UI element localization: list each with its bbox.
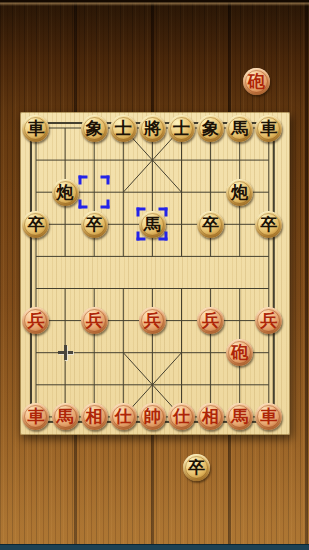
black-cannon-piece[interactable]: 炮 bbox=[226, 179, 253, 206]
cell-d6[interactable] bbox=[109, 305, 138, 337]
red-general-piece[interactable]: 帥 bbox=[139, 403, 166, 430]
piece-character: 馬 bbox=[144, 215, 161, 232]
cell-a1[interactable] bbox=[21, 144, 50, 176]
cell-b3[interactable] bbox=[51, 208, 80, 240]
red-chariot-piece[interactable]: 車 bbox=[22, 403, 49, 430]
cell-i4[interactable] bbox=[254, 240, 283, 272]
cell-i6[interactable]: 兵 bbox=[254, 305, 283, 337]
cell-a0[interactable]: 車 bbox=[21, 112, 50, 144]
cell-f5[interactable] bbox=[167, 272, 196, 304]
cell-g7[interactable] bbox=[196, 337, 225, 369]
red-soldier-piece[interactable]: 兵 bbox=[139, 307, 166, 334]
cell-c6[interactable]: 兵 bbox=[80, 305, 109, 337]
piece-character: 兵 bbox=[260, 312, 277, 329]
piece-character: 車 bbox=[27, 119, 44, 136]
black-soldier-piece[interactable]: 卒 bbox=[255, 211, 282, 238]
cell-h2[interactable]: 炮 bbox=[225, 176, 254, 208]
cell-e2[interactable] bbox=[138, 176, 167, 208]
piece-character: 卒 bbox=[260, 215, 277, 232]
cell-g4[interactable] bbox=[196, 240, 225, 272]
xiangqi-board: 車象士將士象馬車炮炮卒卒馬卒卒兵兵兵兵兵砲車馬相仕帥仕相馬車 bbox=[20, 112, 290, 435]
piece-character: 兵 bbox=[27, 312, 44, 329]
cell-d0[interactable]: 士 bbox=[109, 112, 138, 144]
cell-a9[interactable]: 車 bbox=[21, 401, 50, 433]
cell-h9[interactable]: 馬 bbox=[225, 401, 254, 433]
piece-character: 卒 bbox=[202, 215, 219, 232]
cell-f2[interactable] bbox=[167, 176, 196, 208]
piece-character: 車 bbox=[260, 408, 277, 425]
piece-character: 卒 bbox=[27, 215, 44, 232]
piece-character: 馬 bbox=[57, 408, 74, 425]
piece-character: 帥 bbox=[144, 408, 161, 425]
cell-b6[interactable] bbox=[51, 305, 80, 337]
cell-c0[interactable]: 象 bbox=[80, 112, 109, 144]
piece-character: 士 bbox=[115, 119, 132, 136]
piece-character: 車 bbox=[27, 408, 44, 425]
cell-g6[interactable]: 兵 bbox=[196, 305, 225, 337]
red-elephant-piece[interactable]: 相 bbox=[81, 403, 108, 430]
piece-character: 仕 bbox=[115, 408, 132, 425]
red-chariot-piece[interactable]: 車 bbox=[255, 403, 282, 430]
cell-a5[interactable] bbox=[21, 272, 50, 304]
black-advisor-piece[interactable]: 士 bbox=[110, 115, 137, 142]
cell-f1[interactable] bbox=[167, 144, 196, 176]
piece-character: 砲 bbox=[248, 73, 265, 90]
piece-character: 砲 bbox=[231, 344, 248, 361]
cell-d7[interactable] bbox=[109, 337, 138, 369]
black-chariot-piece[interactable]: 車 bbox=[255, 115, 282, 142]
cell-f4[interactable] bbox=[167, 240, 196, 272]
captured-piece-tray-black-side: 砲 bbox=[243, 68, 270, 95]
red-cannon-piece[interactable]: 砲 bbox=[243, 68, 270, 95]
cell-i7[interactable] bbox=[254, 337, 283, 369]
black-horse-piece[interactable]: 馬 bbox=[139, 211, 166, 238]
piece-character: 將 bbox=[144, 119, 161, 136]
cell-d8[interactable] bbox=[109, 369, 138, 401]
cell-b1[interactable] bbox=[51, 144, 80, 176]
cell-g9[interactable]: 相 bbox=[196, 401, 225, 433]
red-horse-piece[interactable]: 馬 bbox=[52, 403, 79, 430]
cell-f7[interactable] bbox=[167, 337, 196, 369]
black-advisor-piece[interactable]: 士 bbox=[168, 115, 195, 142]
black-soldier-piece[interactable]: 卒 bbox=[183, 454, 210, 481]
piece-character: 兵 bbox=[202, 312, 219, 329]
cell-h5[interactable] bbox=[225, 272, 254, 304]
last-move-from-marker bbox=[79, 176, 110, 209]
piece-character: 相 bbox=[86, 408, 103, 425]
cell-b0[interactable] bbox=[51, 112, 80, 144]
cell-e8[interactable] bbox=[138, 369, 167, 401]
piece-character: 兵 bbox=[86, 312, 103, 329]
xiangqi-app-screen: 車象士將士象馬車炮炮卒卒馬卒卒兵兵兵兵兵砲車馬相仕帥仕相馬車 砲 卒 bbox=[0, 0, 309, 550]
cell-e3[interactable]: 馬 bbox=[138, 208, 167, 240]
cell-f8[interactable] bbox=[167, 369, 196, 401]
piece-character: 象 bbox=[86, 119, 103, 136]
bottom-bar bbox=[0, 544, 309, 550]
cell-e0[interactable]: 將 bbox=[138, 112, 167, 144]
cell-a6[interactable]: 兵 bbox=[21, 305, 50, 337]
cell-b2[interactable]: 炮 bbox=[51, 176, 80, 208]
cell-h3[interactable] bbox=[225, 208, 254, 240]
captured-piece-tray-red-side: 卒 bbox=[183, 454, 210, 481]
cell-c4[interactable] bbox=[80, 240, 109, 272]
cell-d3[interactable] bbox=[109, 208, 138, 240]
cell-e7[interactable] bbox=[138, 337, 167, 369]
black-elephant-piece[interactable]: 象 bbox=[197, 115, 224, 142]
cell-d4[interactable] bbox=[109, 240, 138, 272]
piece-character: 士 bbox=[173, 119, 190, 136]
cell-f0[interactable]: 士 bbox=[167, 112, 196, 144]
cell-c1[interactable] bbox=[80, 144, 109, 176]
board-intersections: 車象士將士象馬車炮炮卒卒馬卒卒兵兵兵兵兵砲車馬相仕帥仕相馬車 bbox=[21, 112, 283, 433]
cell-c3[interactable]: 卒 bbox=[80, 208, 109, 240]
piece-character: 卒 bbox=[86, 215, 103, 232]
cell-i8[interactable] bbox=[254, 369, 283, 401]
cell-e5[interactable] bbox=[138, 272, 167, 304]
cell-g2[interactable] bbox=[196, 176, 225, 208]
black-chariot-piece[interactable]: 車 bbox=[22, 115, 49, 142]
cell-e1[interactable] bbox=[138, 144, 167, 176]
cell-f3[interactable] bbox=[167, 208, 196, 240]
cell-h4[interactable] bbox=[225, 240, 254, 272]
cell-a7[interactable] bbox=[21, 337, 50, 369]
cell-c7[interactable] bbox=[80, 337, 109, 369]
cell-g1[interactable] bbox=[196, 144, 225, 176]
cell-g3[interactable]: 卒 bbox=[196, 208, 225, 240]
red-horse-piece[interactable]: 馬 bbox=[226, 403, 253, 430]
cell-h7[interactable]: 砲 bbox=[225, 337, 254, 369]
cell-b8[interactable] bbox=[51, 369, 80, 401]
piece-character: 卒 bbox=[188, 459, 205, 476]
cell-f9[interactable]: 仕 bbox=[167, 401, 196, 433]
black-soldier-piece[interactable]: 卒 bbox=[197, 211, 224, 238]
piece-character: 馬 bbox=[231, 408, 248, 425]
piece-character: 馬 bbox=[231, 119, 248, 136]
cell-h1[interactable] bbox=[225, 144, 254, 176]
cell-f6[interactable] bbox=[167, 305, 196, 337]
cell-i0[interactable]: 車 bbox=[254, 112, 283, 144]
cell-h0[interactable]: 馬 bbox=[225, 112, 254, 144]
piece-character: 相 bbox=[202, 408, 219, 425]
cell-i1[interactable] bbox=[254, 144, 283, 176]
cell-i5[interactable] bbox=[254, 272, 283, 304]
black-soldier-piece[interactable]: 卒 bbox=[81, 211, 108, 238]
cell-c2[interactable] bbox=[80, 176, 109, 208]
red-advisor-piece[interactable]: 仕 bbox=[110, 403, 137, 430]
cell-a3[interactable]: 卒 bbox=[21, 208, 50, 240]
cell-h6[interactable] bbox=[225, 305, 254, 337]
cell-e4[interactable] bbox=[138, 240, 167, 272]
cell-d9[interactable]: 仕 bbox=[109, 401, 138, 433]
cell-b5[interactable] bbox=[51, 272, 80, 304]
black-general-piece[interactable]: 將 bbox=[139, 115, 166, 142]
piece-character: 炮 bbox=[231, 183, 248, 200]
black-cannon-piece[interactable]: 炮 bbox=[52, 179, 79, 206]
cell-c8[interactable] bbox=[80, 369, 109, 401]
cell-a4[interactable] bbox=[21, 240, 50, 272]
mouse-cursor-crosshair bbox=[58, 345, 73, 360]
cell-g5[interactable] bbox=[196, 272, 225, 304]
black-elephant-piece[interactable]: 象 bbox=[81, 115, 108, 142]
cell-c9[interactable]: 相 bbox=[80, 401, 109, 433]
cell-d1[interactable] bbox=[109, 144, 138, 176]
cell-i9[interactable]: 車 bbox=[254, 401, 283, 433]
cell-a8[interactable] bbox=[21, 369, 50, 401]
cell-b9[interactable]: 馬 bbox=[51, 401, 80, 433]
cell-b4[interactable] bbox=[51, 240, 80, 272]
cell-a2[interactable] bbox=[21, 176, 50, 208]
red-soldier-piece[interactable]: 兵 bbox=[81, 307, 108, 334]
piece-character: 象 bbox=[202, 119, 219, 136]
piece-character: 仕 bbox=[173, 408, 190, 425]
red-soldier-piece[interactable]: 兵 bbox=[255, 307, 282, 334]
black-soldier-piece[interactable]: 卒 bbox=[22, 211, 49, 238]
red-soldier-piece[interactable]: 兵 bbox=[197, 307, 224, 334]
cell-d2[interactable] bbox=[109, 176, 138, 208]
cell-i3[interactable]: 卒 bbox=[254, 208, 283, 240]
piece-character: 兵 bbox=[144, 312, 161, 329]
cell-c5[interactable] bbox=[80, 272, 109, 304]
red-cannon-piece[interactable]: 砲 bbox=[226, 339, 253, 366]
cell-g0[interactable]: 象 bbox=[196, 112, 225, 144]
cell-d5[interactable] bbox=[109, 272, 138, 304]
piece-character: 炮 bbox=[57, 183, 74, 200]
cell-i2[interactable] bbox=[254, 176, 283, 208]
red-soldier-piece[interactable]: 兵 bbox=[22, 307, 49, 334]
red-elephant-piece[interactable]: 相 bbox=[197, 403, 224, 430]
red-advisor-piece[interactable]: 仕 bbox=[168, 403, 195, 430]
piece-character: 車 bbox=[260, 119, 277, 136]
cell-g8[interactable] bbox=[196, 369, 225, 401]
cell-e6[interactable]: 兵 bbox=[138, 305, 167, 337]
cell-e9[interactable]: 帥 bbox=[138, 401, 167, 433]
black-horse-piece[interactable]: 馬 bbox=[226, 115, 253, 142]
cell-h8[interactable] bbox=[225, 369, 254, 401]
